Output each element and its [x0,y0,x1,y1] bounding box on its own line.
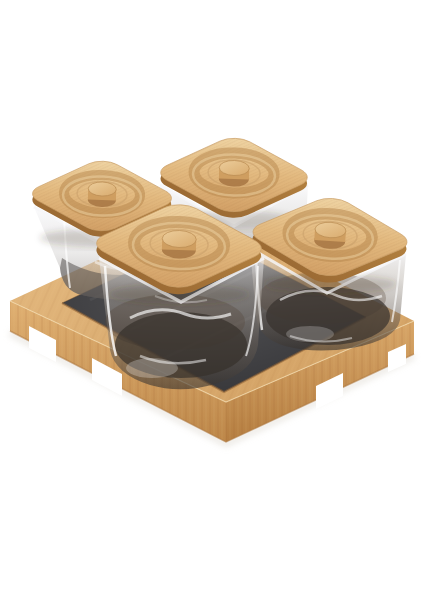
lid-knob [314,221,347,249]
bamboo-jar-set-photo [0,0,424,600]
lid-knob [162,230,197,259]
product-photo-stage [0,0,424,600]
lid-knob [219,160,250,187]
lid-knob [88,182,117,208]
